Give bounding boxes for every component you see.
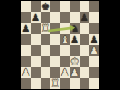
square-e1[interactable] (60, 78, 70, 89)
square-d1[interactable]: ♜ (50, 78, 60, 89)
square-f8[interactable] (70, 1, 80, 12)
square-d6[interactable] (50, 23, 60, 34)
square-a2[interactable]: ♟ (21, 67, 31, 78)
square-e7[interactable] (60, 12, 70, 23)
square-d5[interactable] (50, 34, 60, 45)
square-b1[interactable] (31, 78, 41, 89)
black-pawn[interactable]: ♟ (31, 12, 40, 22)
white-pawn[interactable]: ♟ (21, 67, 30, 77)
square-h8[interactable] (89, 1, 99, 12)
white-rook[interactable]: ♜ (51, 78, 60, 88)
square-a1[interactable] (21, 78, 31, 89)
square-g1[interactable] (80, 78, 90, 89)
square-d7[interactable] (50, 12, 60, 23)
letterboxed-background: { "game": "chess", "position": "2k5/1p4p… (0, 0, 120, 90)
square-a6[interactable]: ♟ (21, 23, 31, 34)
black-pawn[interactable]: ♟ (90, 34, 99, 44)
square-e5[interactable]: ♝ (60, 34, 70, 45)
white-rook[interactable]: ♜ (41, 23, 50, 33)
square-d8[interactable] (50, 1, 60, 12)
white-bishop[interactable]: ♝ (60, 34, 69, 44)
square-g6[interactable] (80, 23, 90, 34)
square-c3[interactable] (41, 56, 51, 67)
square-f2[interactable]: ♟ (70, 67, 80, 78)
square-b3[interactable] (31, 56, 41, 67)
black-pawn[interactable]: ♟ (80, 12, 89, 22)
square-a8[interactable] (21, 1, 31, 12)
square-d4[interactable] (50, 45, 60, 56)
square-b4[interactable] (31, 45, 41, 56)
black-pawn[interactable]: ♟ (70, 34, 79, 44)
white-pawn[interactable]: ♟ (90, 45, 99, 55)
black-knight[interactable]: ♞ (70, 23, 79, 33)
white-pawn[interactable]: ♟ (70, 67, 79, 77)
square-b7[interactable]: ♟ (31, 12, 41, 23)
square-e8[interactable] (60, 1, 70, 12)
square-h2[interactable] (89, 67, 99, 78)
square-h1[interactable] (89, 78, 99, 89)
black-pawn[interactable]: ♟ (21, 23, 30, 33)
square-e4[interactable] (60, 45, 70, 56)
square-g2[interactable] (80, 67, 90, 78)
square-g4[interactable] (80, 45, 90, 56)
square-h4[interactable]: ♟ (89, 45, 99, 56)
square-g3[interactable] (80, 56, 90, 67)
square-b2[interactable] (31, 67, 41, 78)
square-c6[interactable]: ♜ (41, 23, 51, 34)
white-pawn[interactable]: ♟ (60, 67, 69, 77)
square-d3[interactable] (50, 56, 60, 67)
square-g5[interactable] (80, 34, 90, 45)
square-h7[interactable] (89, 12, 99, 23)
square-c2[interactable] (41, 67, 51, 78)
square-g7[interactable]: ♟ (80, 12, 90, 23)
square-h3[interactable] (89, 56, 99, 67)
square-c4[interactable] (41, 45, 51, 56)
black-king[interactable]: ♚ (41, 1, 50, 11)
square-c1[interactable] (41, 78, 51, 89)
chess-board: ♚♟♟♟♜♞♝♟♟♟♚♟♟♟♜ (21, 1, 99, 89)
square-b6[interactable] (31, 23, 41, 34)
square-f1[interactable] (70, 78, 80, 89)
square-c5[interactable] (41, 34, 51, 45)
white-king[interactable]: ♚ (70, 56, 79, 66)
square-f5[interactable]: ♟ (70, 34, 80, 45)
square-c8[interactable]: ♚ (41, 1, 51, 12)
square-b5[interactable] (31, 34, 41, 45)
square-e2[interactable]: ♟ (60, 67, 70, 78)
square-a4[interactable] (21, 45, 31, 56)
square-a5[interactable] (21, 34, 31, 45)
